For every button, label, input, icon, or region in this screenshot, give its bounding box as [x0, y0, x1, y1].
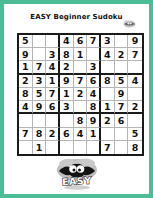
easy-mascot-logo: EASY — [56, 157, 98, 191]
sudoku-cell-r2c4: 8 — [60, 48, 74, 61]
sudoku-cell-r8c1: 7 — [19, 128, 33, 141]
sudoku-cell-r4c9: 4 — [128, 75, 142, 88]
sudoku-cell-r1c5: 6 — [74, 35, 88, 48]
sudoku-cell-r1c1: 5 — [19, 35, 33, 48]
logo-easy-text: EASY — [61, 174, 91, 187]
sudoku-cell-r6c8: 7 — [115, 101, 129, 114]
sudoku-cell-r1c9: 9 — [128, 35, 142, 48]
sudoku-cell-r9c7: 7 — [101, 141, 115, 154]
sudoku-cell-r6c6: 8 — [87, 101, 101, 114]
sudoku-cell-r5c2: 5 — [33, 88, 47, 101]
sudoku-cell-r6c1: 4 — [19, 101, 33, 114]
sudoku-cell-r2c2 — [33, 48, 47, 61]
sudoku-cell-r6c7: 1 — [101, 101, 115, 114]
sudoku-cell-r7c6: 9 — [87, 114, 101, 127]
sudoku-cell-r7c4 — [60, 114, 74, 127]
sudoku-cell-r4c8: 5 — [115, 75, 129, 88]
sudoku-cell-r5c6: 4 — [87, 88, 101, 101]
sudoku-cell-r5c9 — [128, 88, 142, 101]
sudoku-cell-r7c8: 6 — [115, 114, 129, 127]
sudoku-cell-r9c1 — [19, 141, 33, 154]
sudoku-cell-r7c2 — [33, 114, 47, 127]
sudoku-cell-r7c7: 2 — [101, 114, 115, 127]
sudoku-cell-r4c5: 7 — [74, 75, 88, 88]
sudoku-cell-r1c7: 3 — [101, 35, 115, 48]
sudoku-cell-r1c8 — [115, 35, 129, 48]
sudoku-cell-r2c3: 3 — [46, 48, 60, 61]
sudoku-cell-r3c6: 3 — [87, 61, 101, 74]
sudoku-cell-r4c2: 3 — [33, 75, 47, 88]
sudoku-cell-r1c3 — [46, 35, 60, 48]
sudoku-cell-r1c6: 7 — [87, 35, 101, 48]
sudoku-cell-r8c6: 1 — [87, 128, 101, 141]
sudoku-cell-r6c3: 6 — [46, 101, 60, 114]
sudoku-grid: 5467399381427174232319768548571249496381… — [17, 33, 144, 156]
sudoku-cell-r9c3 — [46, 141, 60, 154]
sudoku-cell-r4c7: 8 — [101, 75, 115, 88]
mini-mascot-icon — [123, 19, 136, 30]
sudoku-cell-r1c2 — [33, 35, 47, 48]
sudoku-cell-r8c5: 4 — [74, 128, 88, 141]
sudoku-cell-r4c4: 9 — [60, 75, 74, 88]
sudoku-cell-r5c8: 9 — [115, 88, 129, 101]
sudoku-cell-r6c4: 3 — [60, 101, 74, 114]
sudoku-cell-r3c9 — [128, 61, 142, 74]
sudoku-cell-r6c5 — [74, 101, 88, 114]
sudoku-cell-r2c7: 4 — [101, 48, 115, 61]
sudoku-cell-r2c6 — [87, 48, 101, 61]
sudoku-cell-r9c2: 1 — [33, 141, 47, 154]
sudoku-cell-r8c8 — [115, 128, 129, 141]
sudoku-cell-r9c5 — [74, 141, 88, 154]
sudoku-cell-r2c9: 7 — [128, 48, 142, 61]
sudoku-cell-r5c7 — [101, 88, 115, 101]
sudoku-cell-r7c3 — [46, 114, 60, 127]
sudoku-cell-r5c1: 8 — [19, 88, 33, 101]
sudoku-cell-r3c7 — [101, 61, 115, 74]
sudoku-cell-r6c9: 2 — [128, 101, 142, 114]
sudoku-cell-r9c6 — [87, 141, 101, 154]
sudoku-cell-r8c4: 6 — [60, 128, 74, 141]
sudoku-cell-r6c2: 9 — [33, 101, 47, 114]
sudoku-cell-r4c3: 1 — [46, 75, 60, 88]
sudoku-cell-r7c1 — [19, 114, 33, 127]
sudoku-cell-r8c3: 2 — [46, 128, 60, 141]
sudoku-cell-r5c5: 2 — [74, 88, 88, 101]
sudoku-cell-r2c5: 1 — [74, 48, 88, 61]
sudoku-cell-r9c4 — [60, 141, 74, 154]
sudoku-cell-r9c8 — [115, 141, 129, 154]
sudoku-cell-r3c8 — [115, 61, 129, 74]
sudoku-cell-r3c4: 2 — [60, 61, 74, 74]
sudoku-cell-r8c2: 8 — [33, 128, 47, 141]
sudoku-cell-r2c8: 2 — [115, 48, 129, 61]
sudoku-cell-r3c5 — [74, 61, 88, 74]
sudoku-cell-r5c3: 7 — [46, 88, 60, 101]
sudoku-cell-r2c1: 9 — [19, 48, 33, 61]
sudoku-cell-r4c6: 6 — [87, 75, 101, 88]
sudoku-cell-r4c1: 2 — [19, 75, 33, 88]
sudoku-cell-r5c4: 1 — [60, 88, 74, 101]
fine-print-text: ·········· ·········· — [40, 189, 113, 193]
sudoku-cell-r7c9 — [128, 114, 142, 127]
sudoku-cell-r9c9: 8 — [128, 141, 142, 154]
sudoku-page: EASY Beginner Sudoku 5467399381427174232… — [0, 0, 153, 198]
sudoku-cell-r8c7 — [101, 128, 115, 141]
sudoku-cell-r1c4: 4 — [60, 35, 74, 48]
sudoku-cell-r8c9: 5 — [128, 128, 142, 141]
sudoku-cell-r3c3: 4 — [46, 61, 60, 74]
sudoku-cell-r7c5: 8 — [74, 114, 88, 127]
sudoku-cell-r3c2: 7 — [33, 61, 47, 74]
sudoku-cell-r3c1: 1 — [19, 61, 33, 74]
